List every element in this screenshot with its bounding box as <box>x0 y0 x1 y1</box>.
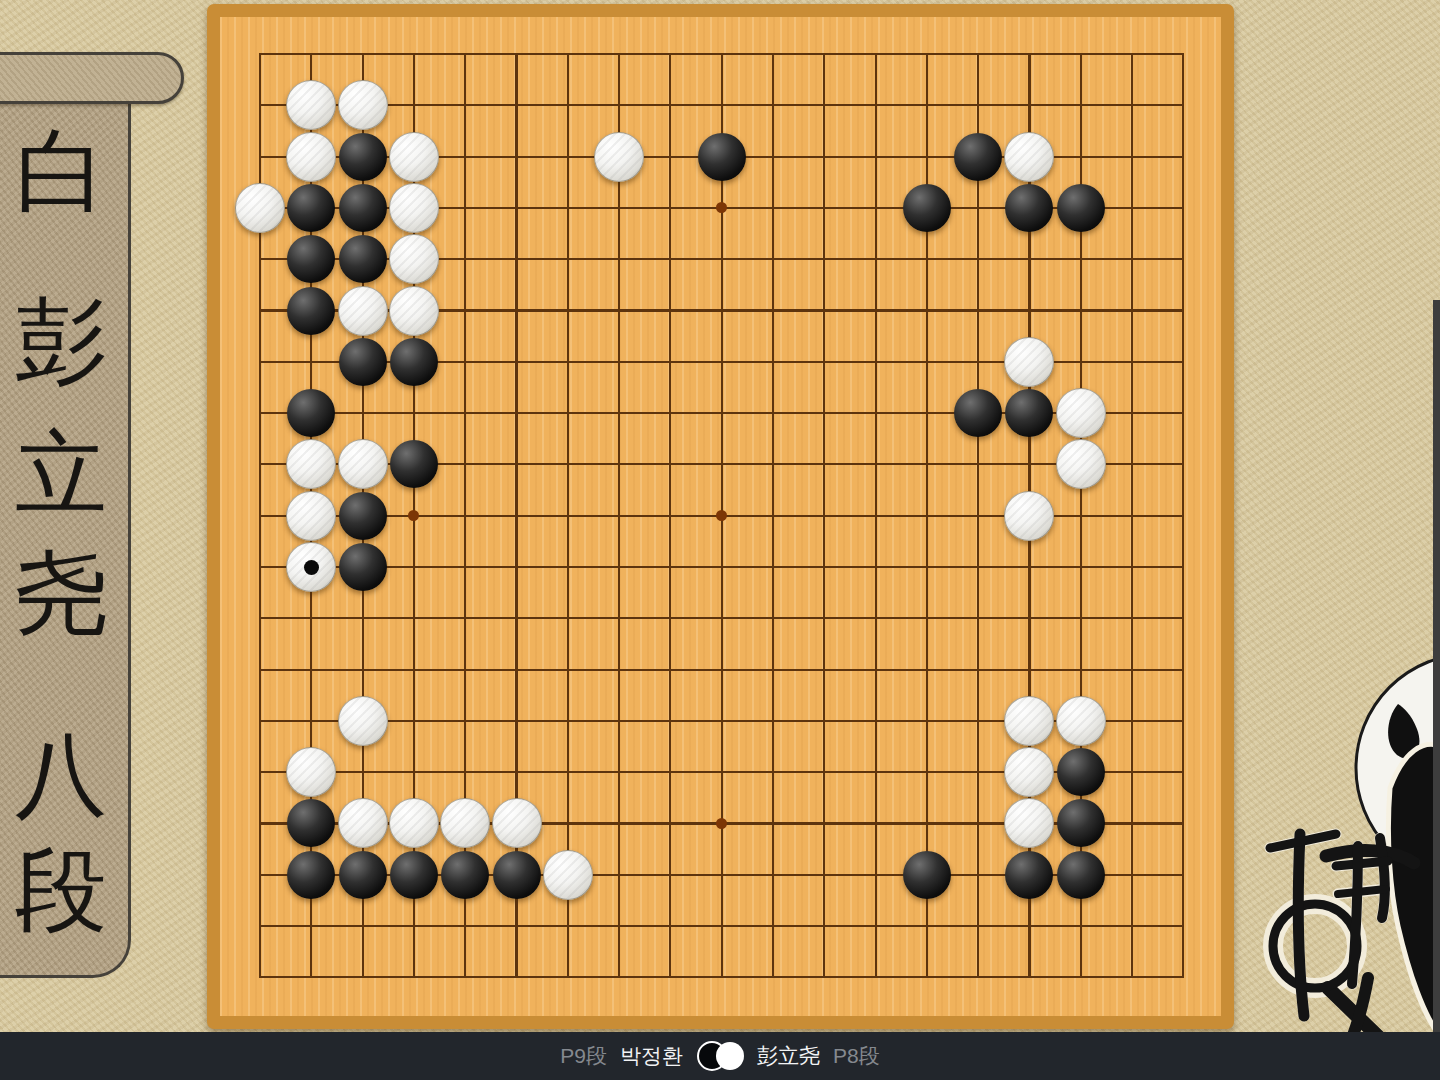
stone-black <box>287 389 335 437</box>
stone-white <box>1004 696 1054 746</box>
stone-white <box>235 183 285 233</box>
stone-black <box>287 235 335 283</box>
stone-black <box>698 133 746 181</box>
stone-black <box>339 851 387 899</box>
black-white-stones-icon <box>696 1041 744 1071</box>
stone-white <box>594 132 644 182</box>
stone-white <box>389 234 439 284</box>
stone-white <box>338 439 388 489</box>
stone-white <box>543 850 593 900</box>
stone-black <box>1005 851 1053 899</box>
banner-calligraphy-char: 段 <box>0 845 122 937</box>
go-board-frame <box>207 4 1234 1029</box>
weiqi-logo <box>1240 616 1440 1080</box>
stone-white <box>1056 388 1106 438</box>
banner-calligraphy-char: 尧 <box>0 548 122 640</box>
stone-black <box>390 851 438 899</box>
right-edge-strip <box>1433 300 1440 1080</box>
stone-black <box>1057 184 1105 232</box>
stone-black <box>493 851 541 899</box>
stone-black <box>1005 389 1053 437</box>
stone-white <box>389 286 439 336</box>
white-player-name: 彭立尧 <box>757 1042 820 1070</box>
stone-white <box>286 542 336 592</box>
stone-white <box>1004 798 1054 848</box>
stone-black <box>1057 851 1105 899</box>
banner-calligraphy-char: 彭 <box>0 295 122 387</box>
stone-black <box>287 287 335 335</box>
stone-black <box>339 492 387 540</box>
stone-white <box>389 798 439 848</box>
stone-black <box>441 851 489 899</box>
stone-black <box>903 851 951 899</box>
stone-white <box>338 798 388 848</box>
stone-black <box>390 440 438 488</box>
stone-white <box>1004 337 1054 387</box>
white-player-rank: P8段 <box>833 1042 880 1070</box>
stone-black <box>1057 799 1105 847</box>
weiqi-logo-art <box>1240 616 1440 1080</box>
last-move-marker <box>304 560 319 575</box>
stone-white <box>338 80 388 130</box>
stone-white <box>338 696 388 746</box>
bottom-player-bar: P9段 박정환 彭立尧 P8段 <box>0 1032 1440 1080</box>
stone-black <box>390 338 438 386</box>
stone-black <box>287 184 335 232</box>
black-player-rank: P9段 <box>560 1042 607 1070</box>
stone-black <box>287 799 335 847</box>
stone-white <box>1004 491 1054 541</box>
stone-white <box>1056 439 1106 489</box>
stone-black <box>1005 184 1053 232</box>
stone-white <box>1056 696 1106 746</box>
page: 白彭立尧八段 <box>0 0 1440 1080</box>
stone-white <box>1004 747 1054 797</box>
black-player-name: 박정환 <box>620 1042 683 1070</box>
stone-white <box>338 286 388 336</box>
go-board-surface <box>220 17 1221 1016</box>
stone-white <box>1004 132 1054 182</box>
stone-white <box>492 798 542 848</box>
banner-calligraphy-char: 八 <box>0 730 122 822</box>
stone-white <box>286 80 336 130</box>
banner-calligraphy-char: 白 <box>0 126 122 218</box>
stone-black <box>339 184 387 232</box>
stone-black <box>1057 748 1105 796</box>
stone-black <box>339 235 387 283</box>
stone-black <box>287 851 335 899</box>
stone-black <box>954 389 1002 437</box>
stone-white <box>286 132 336 182</box>
stone-white <box>286 747 336 797</box>
player-scroll-banner: 白彭立尧八段 <box>0 60 131 978</box>
stone-black <box>339 338 387 386</box>
stone-white <box>440 798 490 848</box>
white-stone-icon <box>716 1042 744 1070</box>
stone-black <box>339 543 387 591</box>
board-grid[interactable] <box>234 28 1209 1003</box>
stone-black <box>903 184 951 232</box>
scroll-roller <box>0 52 184 104</box>
stone-white <box>389 132 439 182</box>
stone-white <box>389 183 439 233</box>
banner-calligraphy-char: 立 <box>0 428 122 520</box>
stone-black <box>954 133 1002 181</box>
stone-white <box>286 491 336 541</box>
stone-black <box>339 133 387 181</box>
stone-white <box>286 439 336 489</box>
